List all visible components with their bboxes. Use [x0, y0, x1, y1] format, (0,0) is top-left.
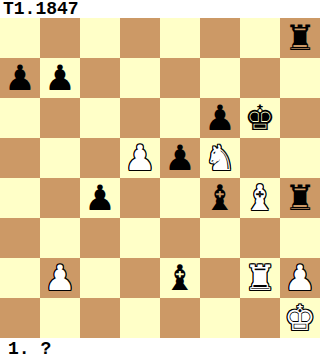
piece-black-king: ♚	[244, 98, 275, 138]
square-e1[interactable]	[160, 298, 200, 338]
square-c4[interactable]: ♟	[80, 178, 120, 218]
square-d1[interactable]	[120, 298, 160, 338]
piece-white-pawn: ♟	[44, 258, 75, 298]
square-f1[interactable]	[200, 298, 240, 338]
square-d5[interactable]: ♟	[120, 138, 160, 178]
square-a1[interactable]	[0, 298, 40, 338]
square-d6[interactable]	[120, 98, 160, 138]
square-g5[interactable]	[240, 138, 280, 178]
square-f5[interactable]: ♞	[200, 138, 240, 178]
square-b8[interactable]	[40, 18, 80, 58]
piece-black-bishop: ♝	[164, 258, 195, 298]
square-e2[interactable]: ♝	[160, 258, 200, 298]
square-d7[interactable]	[120, 58, 160, 98]
square-c8[interactable]	[80, 18, 120, 58]
chess-board: ♜♟♟♟♚♟♟♞♟♝♝♜♟♝♜♟♚	[0, 18, 320, 338]
square-h7[interactable]	[280, 58, 320, 98]
square-e4[interactable]	[160, 178, 200, 218]
piece-black-rook: ♜	[284, 18, 315, 58]
square-b5[interactable]	[40, 138, 80, 178]
square-a4[interactable]	[0, 178, 40, 218]
square-d4[interactable]	[120, 178, 160, 218]
square-b4[interactable]	[40, 178, 80, 218]
piece-black-bishop: ♝	[204, 178, 235, 218]
piece-black-pawn: ♟	[84, 178, 115, 218]
square-f4[interactable]: ♝	[200, 178, 240, 218]
square-c2[interactable]	[80, 258, 120, 298]
square-h4[interactable]: ♜	[280, 178, 320, 218]
piece-white-king: ♚	[284, 298, 315, 338]
piece-black-rook: ♜	[284, 178, 315, 218]
piece-black-pawn: ♟	[4, 58, 35, 98]
square-h6[interactable]	[280, 98, 320, 138]
square-f2[interactable]	[200, 258, 240, 298]
square-b1[interactable]	[40, 298, 80, 338]
square-h2[interactable]: ♟	[280, 258, 320, 298]
square-a6[interactable]	[0, 98, 40, 138]
square-f8[interactable]	[200, 18, 240, 58]
square-e5[interactable]: ♟	[160, 138, 200, 178]
square-c6[interactable]	[80, 98, 120, 138]
square-h5[interactable]	[280, 138, 320, 178]
square-h3[interactable]	[280, 218, 320, 258]
piece-white-pawn: ♟	[284, 258, 315, 298]
square-f3[interactable]	[200, 218, 240, 258]
square-e6[interactable]	[160, 98, 200, 138]
square-a8[interactable]	[0, 18, 40, 58]
square-c5[interactable]	[80, 138, 120, 178]
piece-white-rook: ♜	[244, 258, 275, 298]
square-h1[interactable]: ♚	[280, 298, 320, 338]
square-b3[interactable]	[40, 218, 80, 258]
square-g6[interactable]: ♚	[240, 98, 280, 138]
square-g7[interactable]	[240, 58, 280, 98]
chess-puzzle-window: T1.1847 ♜♟♟♟♚♟♟♞♟♝♝♜♟♝♜♟♚ 1. ?	[0, 0, 320, 360]
square-b6[interactable]	[40, 98, 80, 138]
piece-black-pawn: ♟	[44, 58, 75, 98]
square-b2[interactable]: ♟	[40, 258, 80, 298]
square-e7[interactable]	[160, 58, 200, 98]
square-c7[interactable]	[80, 58, 120, 98]
piece-white-bishop: ♝	[244, 178, 275, 218]
square-e3[interactable]	[160, 218, 200, 258]
square-a5[interactable]	[0, 138, 40, 178]
piece-white-pawn: ♟	[124, 138, 155, 178]
square-e8[interactable]	[160, 18, 200, 58]
piece-black-pawn: ♟	[164, 138, 195, 178]
square-a2[interactable]	[0, 258, 40, 298]
square-a7[interactable]: ♟	[0, 58, 40, 98]
square-d8[interactable]	[120, 18, 160, 58]
square-c1[interactable]	[80, 298, 120, 338]
square-h8[interactable]: ♜	[280, 18, 320, 58]
square-g4[interactable]: ♝	[240, 178, 280, 218]
move-prompt: 1. ?	[0, 338, 320, 360]
square-g8[interactable]	[240, 18, 280, 58]
square-g3[interactable]	[240, 218, 280, 258]
square-f7[interactable]	[200, 58, 240, 98]
square-c3[interactable]	[80, 218, 120, 258]
square-b7[interactable]: ♟	[40, 58, 80, 98]
piece-white-knight: ♞	[204, 138, 235, 178]
square-g2[interactable]: ♜	[240, 258, 280, 298]
piece-black-pawn: ♟	[204, 98, 235, 138]
square-g1[interactable]	[240, 298, 280, 338]
square-f6[interactable]: ♟	[200, 98, 240, 138]
square-d2[interactable]	[120, 258, 160, 298]
puzzle-id: T1.1847	[0, 0, 320, 18]
square-d3[interactable]	[120, 218, 160, 258]
square-a3[interactable]	[0, 218, 40, 258]
